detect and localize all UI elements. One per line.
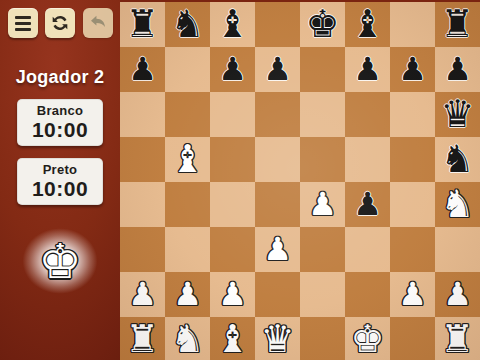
square-h3[interactable] xyxy=(435,227,480,272)
black-pawn[interactable]: ♟ xyxy=(263,53,292,85)
square-c5[interactable] xyxy=(210,137,255,182)
square-b8[interactable]: ♞ xyxy=(165,2,210,47)
square-h8[interactable]: ♜ xyxy=(435,2,480,47)
black-knight[interactable]: ♞ xyxy=(170,5,204,43)
black-pawn[interactable]: ♟ xyxy=(218,53,247,85)
square-e6[interactable] xyxy=(300,92,345,137)
square-e2[interactable] xyxy=(300,272,345,317)
square-h1[interactable]: ♜ xyxy=(435,317,480,360)
square-h4[interactable]: ♞ xyxy=(435,182,480,227)
white-clock-label: Branco xyxy=(17,103,103,118)
undo-icon xyxy=(89,14,107,32)
white-bishop[interactable]: ♝ xyxy=(170,140,204,178)
square-e8[interactable]: ♚ xyxy=(300,2,345,47)
black-pawn[interactable]: ♟ xyxy=(128,53,157,85)
square-c8[interactable]: ♝ xyxy=(210,2,255,47)
square-c1[interactable]: ♝ xyxy=(210,317,255,360)
white-pawn[interactable]: ♟ xyxy=(128,278,157,310)
square-f4[interactable]: ♟ xyxy=(345,182,390,227)
black-pawn[interactable]: ♟ xyxy=(353,188,382,220)
board-area: ♜♞♝♚♝♜♟♟♟♟♟♟♛♝♞♟♟♞♟♟♟♟♟♟♜♞♝♛♚♜ xyxy=(120,0,480,360)
white-rook[interactable]: ♜ xyxy=(125,320,159,358)
square-f2[interactable] xyxy=(345,272,390,317)
square-d2[interactable] xyxy=(255,272,300,317)
toolbar xyxy=(0,0,120,38)
square-e4[interactable]: ♟ xyxy=(300,182,345,227)
square-e3[interactable] xyxy=(300,227,345,272)
square-g1[interactable] xyxy=(390,317,435,360)
square-a6[interactable] xyxy=(120,92,165,137)
square-g4[interactable] xyxy=(390,182,435,227)
refresh-button[interactable] xyxy=(45,8,75,38)
square-d4[interactable] xyxy=(255,182,300,227)
square-b2[interactable]: ♟ xyxy=(165,272,210,317)
square-b5[interactable]: ♝ xyxy=(165,137,210,182)
refresh-icon xyxy=(51,14,69,32)
square-c7[interactable]: ♟ xyxy=(210,47,255,92)
square-a2[interactable]: ♟ xyxy=(120,272,165,317)
black-knight[interactable]: ♞ xyxy=(440,140,474,178)
white-king[interactable]: ♚ xyxy=(350,320,384,358)
square-h7[interactable]: ♟ xyxy=(435,47,480,92)
square-b6[interactable] xyxy=(165,92,210,137)
square-c4[interactable] xyxy=(210,182,255,227)
black-rook[interactable]: ♜ xyxy=(125,5,159,43)
square-g8[interactable] xyxy=(390,2,435,47)
square-g3[interactable] xyxy=(390,227,435,272)
black-queen[interactable]: ♛ xyxy=(440,95,474,133)
white-queen[interactable]: ♛ xyxy=(260,320,294,358)
square-a4[interactable] xyxy=(120,182,165,227)
menu-button[interactable] xyxy=(8,8,38,38)
square-a1[interactable]: ♜ xyxy=(120,317,165,360)
white-clock-time: 10:00 xyxy=(17,119,103,141)
square-f1[interactable]: ♚ xyxy=(345,317,390,360)
square-f3[interactable] xyxy=(345,227,390,272)
square-c6[interactable] xyxy=(210,92,255,137)
square-g2[interactable]: ♟ xyxy=(390,272,435,317)
white-rook[interactable]: ♜ xyxy=(440,320,474,358)
square-a3[interactable] xyxy=(120,227,165,272)
square-f8[interactable]: ♝ xyxy=(345,2,390,47)
square-g5[interactable] xyxy=(390,137,435,182)
square-a8[interactable]: ♜ xyxy=(120,2,165,47)
player-turn-label: Jogador 2 xyxy=(0,67,120,88)
square-h5[interactable]: ♞ xyxy=(435,137,480,182)
black-bishop[interactable]: ♝ xyxy=(215,5,249,43)
white-bishop[interactable]: ♝ xyxy=(215,320,249,358)
square-a7[interactable]: ♟ xyxy=(120,47,165,92)
white-pawn[interactable]: ♟ xyxy=(443,278,472,310)
black-bishop[interactable]: ♝ xyxy=(350,5,384,43)
white-pawn[interactable]: ♟ xyxy=(308,188,337,220)
square-a5[interactable] xyxy=(120,137,165,182)
black-rook[interactable]: ♜ xyxy=(440,5,474,43)
white-knight[interactable]: ♞ xyxy=(440,185,474,223)
square-b1[interactable]: ♞ xyxy=(165,317,210,360)
square-e7[interactable] xyxy=(300,47,345,92)
square-b7[interactable] xyxy=(165,47,210,92)
white-pawn[interactable]: ♟ xyxy=(263,233,292,265)
square-d5[interactable] xyxy=(255,137,300,182)
square-f5[interactable] xyxy=(345,137,390,182)
white-pawn[interactable]: ♟ xyxy=(218,278,247,310)
black-clock: Preto 10:00 xyxy=(17,158,103,205)
square-h2[interactable]: ♟ xyxy=(435,272,480,317)
square-f6[interactable] xyxy=(345,92,390,137)
undo-button[interactable] xyxy=(83,8,113,38)
black-clock-label: Preto xyxy=(17,162,103,177)
white-clock: Branco 10:00 xyxy=(17,99,103,146)
chess-board: ♜♞♝♚♝♜♟♟♟♟♟♟♛♝♞♟♟♞♟♟♟♟♟♟♜♞♝♛♚♜ xyxy=(120,2,480,360)
white-pawn[interactable]: ♟ xyxy=(173,278,202,310)
square-c2[interactable]: ♟ xyxy=(210,272,255,317)
black-clock-time: 10:00 xyxy=(17,178,103,200)
square-c3[interactable] xyxy=(210,227,255,272)
square-g6[interactable] xyxy=(390,92,435,137)
square-d3[interactable]: ♟ xyxy=(255,227,300,272)
square-h6[interactable]: ♛ xyxy=(435,92,480,137)
white-knight[interactable]: ♞ xyxy=(170,320,204,358)
sidebar: Jogador 2 Branco 10:00 Preto 10:00 ♚ xyxy=(0,0,120,360)
chess-app: Jogador 2 Branco 10:00 Preto 10:00 ♚ ♜♞♝… xyxy=(0,0,480,360)
white-king-icon: ♚ xyxy=(38,237,81,285)
square-d1[interactable]: ♛ xyxy=(255,317,300,360)
black-pawn[interactable]: ♟ xyxy=(353,53,382,85)
black-pawn[interactable]: ♟ xyxy=(398,53,427,85)
square-d6[interactable] xyxy=(255,92,300,137)
square-f7[interactable]: ♟ xyxy=(345,47,390,92)
square-b4[interactable] xyxy=(165,182,210,227)
black-king[interactable]: ♚ xyxy=(305,5,339,43)
square-d7[interactable]: ♟ xyxy=(255,47,300,92)
square-e5[interactable] xyxy=(300,137,345,182)
square-b3[interactable] xyxy=(165,227,210,272)
square-e1[interactable] xyxy=(300,317,345,360)
hamburger-icon xyxy=(15,16,31,31)
black-pawn[interactable]: ♟ xyxy=(443,53,472,85)
square-d8[interactable] xyxy=(255,2,300,47)
white-pawn[interactable]: ♟ xyxy=(398,278,427,310)
turn-indicator: ♚ xyxy=(12,219,108,303)
square-g7[interactable]: ♟ xyxy=(390,47,435,92)
